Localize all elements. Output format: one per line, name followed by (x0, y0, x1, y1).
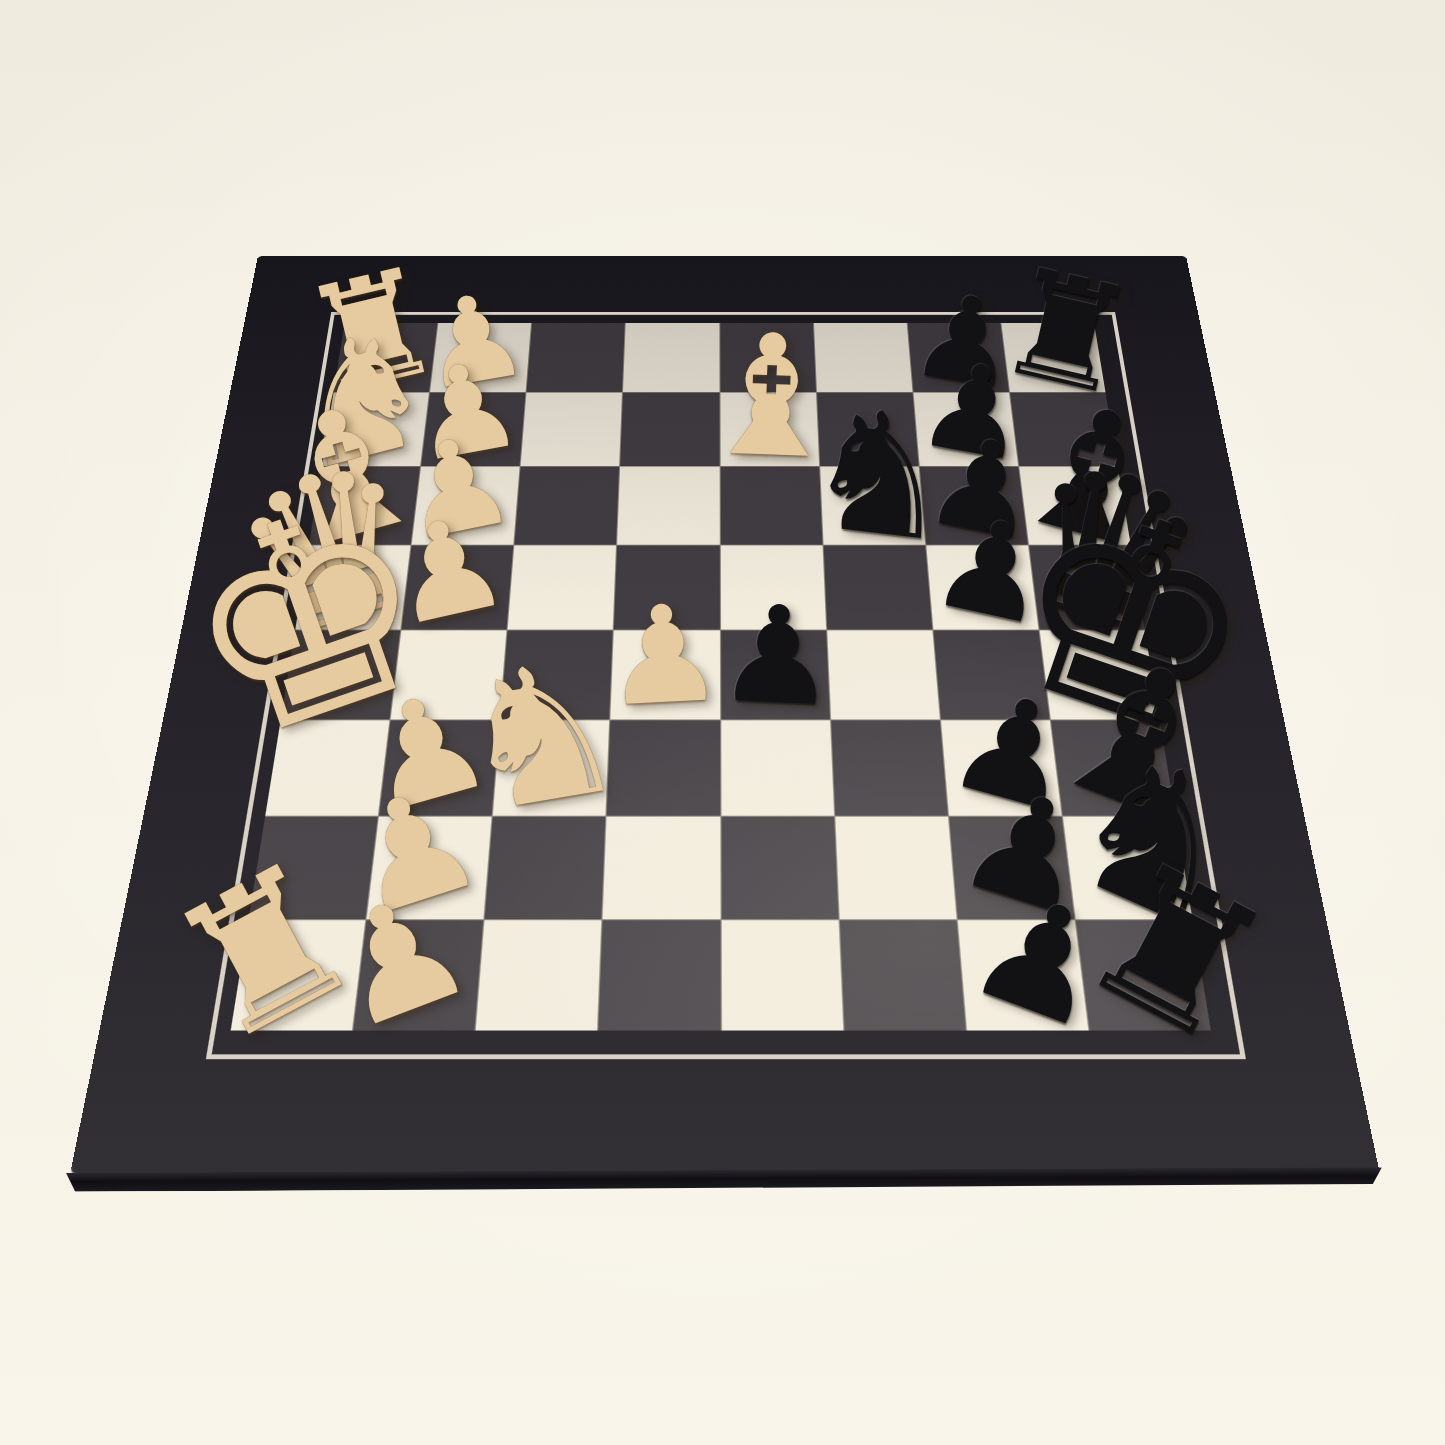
square-g2 (367, 816, 492, 919)
square-a8 (1001, 323, 1105, 392)
square-g6 (835, 816, 956, 919)
square-b4 (621, 393, 720, 466)
square-c6 (820, 467, 925, 545)
square-f5 (721, 720, 834, 815)
square-d8 (1029, 546, 1145, 629)
square-e2 (391, 630, 507, 719)
square-d2 (402, 546, 514, 629)
square-g5 (721, 816, 838, 919)
square-h1 (231, 920, 366, 1030)
square-c1 (309, 467, 420, 545)
square-e5 (721, 630, 830, 719)
square-d4 (614, 546, 719, 629)
square-f8 (1051, 720, 1176, 815)
square-f1 (265, 720, 389, 815)
square-f6 (831, 720, 948, 815)
square-d7 (926, 546, 1038, 629)
square-b2 (421, 393, 525, 466)
square-a7 (907, 323, 1008, 392)
square-a3 (527, 323, 625, 392)
square-c7 (919, 467, 1027, 545)
square-e3 (501, 630, 613, 719)
square-f2 (379, 720, 499, 815)
square-a6 (814, 323, 913, 392)
square-d3 (508, 546, 616, 629)
square-e6 (827, 630, 940, 719)
square-e1 (281, 630, 401, 719)
board-squares (231, 323, 1211, 1031)
square-e8 (1040, 630, 1160, 719)
square-h6 (839, 920, 965, 1030)
board-scene: ♜♞♝♛♚♜♟♟♟♟♟♟♟♟♝♞♜♝♛♚♝♞♜♞♟♟♟♟♟♟♟♟ (0, 0, 1445, 1445)
square-g4 (603, 816, 720, 919)
square-b8 (1010, 393, 1118, 466)
square-a4 (623, 323, 719, 392)
square-b5 (720, 393, 819, 466)
square-g7 (949, 816, 1075, 919)
square-c4 (617, 467, 719, 545)
square-h3 (476, 920, 602, 1030)
square-a5 (720, 323, 816, 392)
square-g8 (1063, 816, 1193, 919)
square-b3 (521, 393, 622, 466)
square-f7 (941, 720, 1062, 815)
square-h7 (958, 920, 1089, 1030)
square-h2 (353, 920, 483, 1030)
square-c8 (1019, 467, 1131, 545)
square-b6 (817, 393, 919, 466)
square-c5 (720, 467, 822, 545)
square-d1 (295, 546, 410, 629)
square-h5 (721, 920, 843, 1030)
square-b1 (322, 393, 429, 466)
square-a1 (334, 323, 438, 392)
square-h4 (599, 920, 720, 1030)
square-b7 (913, 393, 1018, 466)
square-c3 (515, 467, 620, 545)
square-g1 (249, 816, 378, 919)
square-e4 (611, 630, 720, 719)
square-f3 (493, 720, 609, 815)
square-h8 (1076, 920, 1211, 1030)
square-d6 (823, 546, 932, 629)
chess-board (70, 256, 1380, 1174)
square-f4 (607, 720, 720, 815)
square-g3 (485, 816, 606, 919)
square-a2 (430, 323, 531, 392)
square-c2 (412, 467, 520, 545)
square-d5 (720, 546, 825, 629)
square-e7 (933, 630, 1049, 719)
